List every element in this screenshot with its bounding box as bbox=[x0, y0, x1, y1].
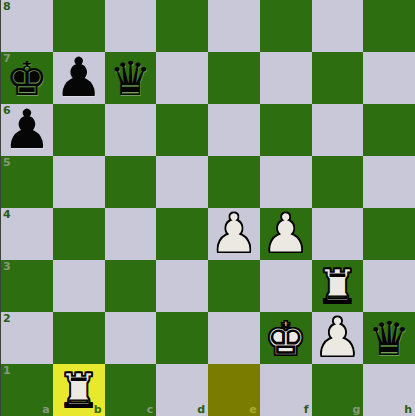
square-c5[interactable] bbox=[105, 156, 157, 208]
rank-label-2: 2 bbox=[3, 313, 11, 324]
square-b1[interactable]: b♜ bbox=[53, 364, 105, 416]
square-e3[interactable] bbox=[208, 260, 260, 312]
square-c1[interactable]: c bbox=[105, 364, 157, 416]
square-c8[interactable] bbox=[105, 0, 157, 52]
square-f5[interactable] bbox=[260, 156, 312, 208]
black-queen-piece[interactable]: ♛ bbox=[105, 52, 157, 104]
black-pawn-piece[interactable]: ♟ bbox=[53, 52, 105, 104]
rank-label-4: 4 bbox=[3, 209, 11, 220]
white-king-piece[interactable]: ♚ bbox=[260, 312, 312, 364]
square-b2[interactable] bbox=[53, 312, 105, 364]
square-f6[interactable] bbox=[260, 104, 312, 156]
square-b3[interactable] bbox=[53, 260, 105, 312]
square-h1[interactable]: h bbox=[363, 364, 415, 416]
rank-label-3: 3 bbox=[3, 261, 11, 272]
square-f8[interactable] bbox=[260, 0, 312, 52]
square-a6[interactable]: 6♟ bbox=[1, 104, 53, 156]
square-a2[interactable]: 2 bbox=[1, 312, 53, 364]
square-g4[interactable] bbox=[312, 208, 364, 260]
square-c4[interactable] bbox=[105, 208, 157, 260]
square-d8[interactable] bbox=[156, 0, 208, 52]
square-e5[interactable] bbox=[208, 156, 260, 208]
square-a3[interactable]: 3 bbox=[1, 260, 53, 312]
square-f7[interactable] bbox=[260, 52, 312, 104]
square-h5[interactable] bbox=[363, 156, 415, 208]
white-pawn-piece[interactable]: ♟ bbox=[260, 208, 312, 260]
square-e6[interactable] bbox=[208, 104, 260, 156]
square-e7[interactable] bbox=[208, 52, 260, 104]
square-g2[interactable]: ♟ bbox=[312, 312, 364, 364]
square-a7[interactable]: 7♚ bbox=[1, 52, 53, 104]
square-g3[interactable]: ♜ bbox=[312, 260, 364, 312]
square-f4[interactable]: ♟ bbox=[260, 208, 312, 260]
square-e8[interactable] bbox=[208, 0, 260, 52]
white-rook-piece[interactable]: ♜ bbox=[53, 364, 105, 416]
square-b4[interactable] bbox=[53, 208, 105, 260]
square-d2[interactable] bbox=[156, 312, 208, 364]
square-b6[interactable] bbox=[53, 104, 105, 156]
white-pawn-piece[interactable]: ♟ bbox=[208, 208, 260, 260]
square-c2[interactable] bbox=[105, 312, 157, 364]
square-b7[interactable]: ♟ bbox=[53, 52, 105, 104]
square-e2[interactable] bbox=[208, 312, 260, 364]
square-b8[interactable] bbox=[53, 0, 105, 52]
square-g8[interactable] bbox=[312, 0, 364, 52]
file-label-h: h bbox=[404, 404, 412, 415]
square-h4[interactable] bbox=[363, 208, 415, 260]
square-d3[interactable] bbox=[156, 260, 208, 312]
square-a8[interactable]: 8 bbox=[1, 0, 53, 52]
white-rook-piece[interactable]: ♜ bbox=[312, 260, 364, 312]
square-a1[interactable]: 1a bbox=[1, 364, 53, 416]
rank-label-5: 5 bbox=[3, 157, 11, 168]
white-pawn-piece[interactable]: ♟ bbox=[312, 312, 364, 364]
square-g1[interactable]: g bbox=[312, 364, 364, 416]
square-e1[interactable]: e bbox=[208, 364, 260, 416]
square-f3[interactable] bbox=[260, 260, 312, 312]
square-h7[interactable] bbox=[363, 52, 415, 104]
file-label-d: d bbox=[197, 404, 205, 415]
square-g5[interactable] bbox=[312, 156, 364, 208]
square-h6[interactable] bbox=[363, 104, 415, 156]
square-c6[interactable] bbox=[105, 104, 157, 156]
rank-label-1: 1 bbox=[3, 365, 11, 376]
square-f2[interactable]: ♚ bbox=[260, 312, 312, 364]
file-label-f: f bbox=[304, 404, 309, 415]
square-a5[interactable]: 5 bbox=[1, 156, 53, 208]
file-label-g: g bbox=[352, 404, 360, 415]
file-label-c: c bbox=[147, 404, 154, 415]
square-d7[interactable] bbox=[156, 52, 208, 104]
square-a4[interactable]: 4 bbox=[1, 208, 53, 260]
square-h2[interactable]: ♛ bbox=[363, 312, 415, 364]
square-d1[interactable]: d bbox=[156, 364, 208, 416]
square-d5[interactable] bbox=[156, 156, 208, 208]
chess-board: 87♚♟♛6♟54♟♟3♜2♚♟♛1ab♜cdefgh bbox=[0, 0, 415, 416]
square-c3[interactable] bbox=[105, 260, 157, 312]
square-d4[interactable] bbox=[156, 208, 208, 260]
black-king-piece[interactable]: ♚ bbox=[1, 52, 53, 104]
square-b5[interactable] bbox=[53, 156, 105, 208]
file-label-a: a bbox=[42, 404, 49, 415]
square-c7[interactable]: ♛ bbox=[105, 52, 157, 104]
square-h8[interactable] bbox=[363, 0, 415, 52]
black-queen-piece[interactable]: ♛ bbox=[363, 312, 415, 364]
file-label-e: e bbox=[249, 404, 256, 415]
square-g7[interactable] bbox=[312, 52, 364, 104]
square-f1[interactable]: f bbox=[260, 364, 312, 416]
rank-label-8: 8 bbox=[3, 1, 11, 12]
square-g6[interactable] bbox=[312, 104, 364, 156]
black-pawn-piece[interactable]: ♟ bbox=[1, 104, 53, 156]
square-e4[interactable]: ♟ bbox=[208, 208, 260, 260]
square-h3[interactable] bbox=[363, 260, 415, 312]
square-d6[interactable] bbox=[156, 104, 208, 156]
